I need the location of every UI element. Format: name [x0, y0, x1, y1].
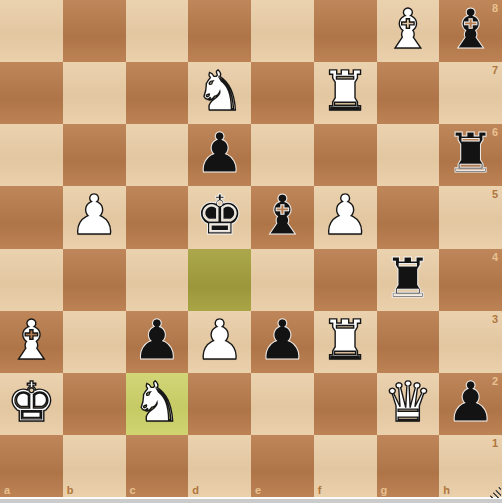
white-knight-c2[interactable]: ♞: [126, 373, 189, 435]
file-label-a: a: [4, 484, 10, 496]
square-e6[interactable]: [251, 124, 314, 186]
square-h5[interactable]: 5: [439, 186, 502, 248]
board-bottom-edge: [0, 497, 502, 503]
square-a2[interactable]: ♚: [0, 373, 63, 435]
rank-label-6: 6: [492, 126, 498, 138]
rank-label-7: 7: [492, 64, 498, 76]
file-label-b: b: [67, 484, 74, 496]
file-label-d: d: [192, 484, 199, 496]
square-h7[interactable]: 7: [439, 62, 502, 124]
rank-label-8: 8: [492, 2, 498, 14]
square-f5[interactable]: ♟: [314, 186, 377, 248]
square-d2[interactable]: [188, 373, 251, 435]
square-g2[interactable]: ♛: [377, 373, 440, 435]
white-bishop-a3[interactable]: ♝: [0, 311, 63, 373]
white-rook-f7[interactable]: ♜: [314, 62, 377, 124]
square-h1[interactable]: 1h: [439, 435, 502, 497]
rank-label-2: 2: [492, 375, 498, 387]
square-b2[interactable]: [63, 373, 126, 435]
rank-label-4: 4: [492, 251, 498, 263]
black-bishop-e5[interactable]: ♝: [251, 186, 314, 248]
square-e4[interactable]: [251, 249, 314, 311]
square-f1[interactable]: f: [314, 435, 377, 497]
square-a7[interactable]: [0, 62, 63, 124]
square-d4[interactable]: [188, 249, 251, 311]
square-f2[interactable]: [314, 373, 377, 435]
white-pawn-b5[interactable]: ♟: [63, 186, 126, 248]
square-b4[interactable]: [63, 249, 126, 311]
rank-label-5: 5: [492, 188, 498, 200]
square-a8[interactable]: [0, 0, 63, 62]
square-e2[interactable]: [251, 373, 314, 435]
square-a4[interactable]: [0, 249, 63, 311]
white-bishop-g8[interactable]: ♝: [377, 0, 440, 62]
square-g6[interactable]: [377, 124, 440, 186]
square-d6[interactable]: ♟: [188, 124, 251, 186]
square-c4[interactable]: [126, 249, 189, 311]
square-b1[interactable]: b: [63, 435, 126, 497]
square-a5[interactable]: [0, 186, 63, 248]
square-c6[interactable]: [126, 124, 189, 186]
square-e5[interactable]: ♝: [251, 186, 314, 248]
chess-board[interactable]: ♝♝8♞♜7♟♜6♟♚♝♟5♜4♝♟♟♟♜3♚♞♛♟2abcdefg1h: [0, 0, 502, 497]
square-h2[interactable]: ♟2: [439, 373, 502, 435]
square-g1[interactable]: g: [377, 435, 440, 497]
square-f7[interactable]: ♜: [314, 62, 377, 124]
square-g5[interactable]: [377, 186, 440, 248]
square-f4[interactable]: [314, 249, 377, 311]
chess-board-widget: ♝♝8♞♜7♟♜6♟♚♝♟5♜4♝♟♟♟♜3♚♞♛♟2abcdefg1h: [0, 0, 502, 503]
square-c8[interactable]: [126, 0, 189, 62]
square-h3[interactable]: 3: [439, 311, 502, 373]
file-label-f: f: [318, 484, 322, 496]
file-label-h: h: [443, 484, 450, 496]
square-d1[interactable]: d: [188, 435, 251, 497]
square-e7[interactable]: [251, 62, 314, 124]
square-d7[interactable]: ♞: [188, 62, 251, 124]
white-rook-f3[interactable]: ♜: [314, 311, 377, 373]
white-knight-d7[interactable]: ♞: [188, 62, 251, 124]
square-a3[interactable]: ♝: [0, 311, 63, 373]
square-b6[interactable]: [63, 124, 126, 186]
square-h6[interactable]: ♜6: [439, 124, 502, 186]
square-c5[interactable]: [126, 186, 189, 248]
white-king-a2[interactable]: ♚: [0, 373, 63, 435]
square-f3[interactable]: ♜: [314, 311, 377, 373]
square-h8[interactable]: ♝8: [439, 0, 502, 62]
square-g4[interactable]: ♜: [377, 249, 440, 311]
black-rook-g4[interactable]: ♜: [377, 249, 440, 311]
square-c1[interactable]: c: [126, 435, 189, 497]
square-d8[interactable]: [188, 0, 251, 62]
white-pawn-f5[interactable]: ♟: [314, 186, 377, 248]
square-g8[interactable]: ♝: [377, 0, 440, 62]
square-b8[interactable]: [63, 0, 126, 62]
square-h4[interactable]: 4: [439, 249, 502, 311]
black-pawn-d6[interactable]: ♟: [188, 124, 251, 186]
square-e8[interactable]: [251, 0, 314, 62]
black-king-d5[interactable]: ♚: [188, 186, 251, 248]
square-b7[interactable]: [63, 62, 126, 124]
square-c3[interactable]: ♟: [126, 311, 189, 373]
white-pawn-d3[interactable]: ♟: [188, 311, 251, 373]
square-c2[interactable]: ♞: [126, 373, 189, 435]
file-label-g: g: [381, 484, 388, 496]
file-label-e: e: [255, 484, 261, 496]
square-c7[interactable]: [126, 62, 189, 124]
square-b5[interactable]: ♟: [63, 186, 126, 248]
rank-label-3: 3: [492, 313, 498, 325]
square-a1[interactable]: a: [0, 435, 63, 497]
square-a6[interactable]: [0, 124, 63, 186]
square-e1[interactable]: e: [251, 435, 314, 497]
square-b3[interactable]: [63, 311, 126, 373]
square-g3[interactable]: [377, 311, 440, 373]
square-g7[interactable]: [377, 62, 440, 124]
square-e3[interactable]: ♟: [251, 311, 314, 373]
rank-label-1: 1: [492, 437, 498, 449]
black-pawn-c3[interactable]: ♟: [126, 311, 189, 373]
square-f8[interactable]: [314, 0, 377, 62]
black-pawn-e3[interactable]: ♟: [251, 311, 314, 373]
white-queen-g2[interactable]: ♛: [377, 373, 440, 435]
square-d3[interactable]: ♟: [188, 311, 251, 373]
square-f6[interactable]: [314, 124, 377, 186]
file-label-c: c: [130, 484, 136, 496]
square-d5[interactable]: ♚: [188, 186, 251, 248]
